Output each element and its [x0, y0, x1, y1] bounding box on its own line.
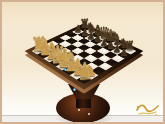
piece-contact-shadow: [127, 51, 134, 53]
base-glint: [88, 113, 90, 115]
piece-contact-shadow: [81, 28, 88, 30]
piece-contact-shadow: [106, 41, 115, 44]
product-photo: ♜♞♝♛♚♝♞♜♟♟♟♟♟♟♟♟♟♟♟♟♟♟♟♟♜♞♝♛♚♝♞♜: [0, 0, 165, 124]
watermark-logo: [135, 101, 160, 118]
watermark-swash: [137, 105, 158, 111]
stem-blue-glint: [73, 88, 76, 91]
base-glint: [78, 109, 80, 111]
